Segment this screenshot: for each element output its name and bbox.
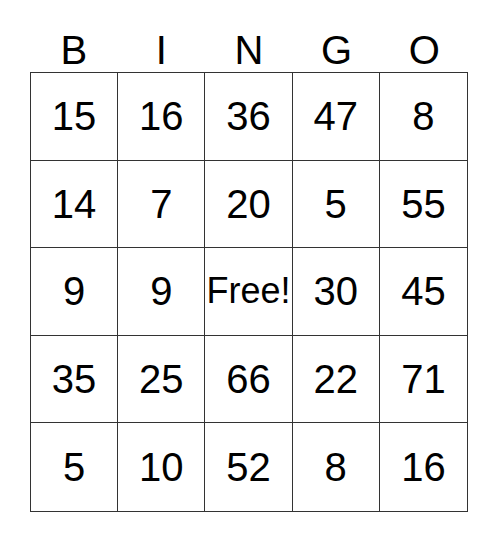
cell-r1-b[interactable]: 15 [31,73,118,161]
cell-r4-o[interactable]: 71 [380,336,467,424]
cell-r5-n[interactable]: 52 [205,423,292,511]
bingo-card: B I N G O 15 16 36 47 8 14 7 20 5 55 9 9… [0,0,500,544]
header-letter-i: I [118,0,206,72]
free-space[interactable]: Free! [205,248,292,336]
cell-r2-n[interactable]: 20 [205,161,292,249]
cell-r3-b[interactable]: 9 [31,248,118,336]
cell-r5-g[interactable]: 8 [293,423,380,511]
cell-r5-o[interactable]: 16 [380,423,467,511]
header-letter-o: O [380,0,468,72]
cell-r2-o[interactable]: 55 [380,161,467,249]
cell-r4-b[interactable]: 35 [31,336,118,424]
cell-r3-i[interactable]: 9 [118,248,205,336]
cell-r1-n[interactable]: 36 [205,73,292,161]
cell-r1-o[interactable]: 8 [380,73,467,161]
cell-r4-i[interactable]: 25 [118,336,205,424]
cell-r2-i[interactable]: 7 [118,161,205,249]
cell-r4-g[interactable]: 22 [293,336,380,424]
header-letter-b: B [30,0,118,72]
header-letter-g: G [293,0,381,72]
bingo-header: B I N G O [30,0,468,72]
cell-r3-g[interactable]: 30 [293,248,380,336]
cell-r5-b[interactable]: 5 [31,423,118,511]
bingo-grid: 15 16 36 47 8 14 7 20 5 55 9 9 Free! 30 … [30,72,468,512]
cell-r3-o[interactable]: 45 [380,248,467,336]
cell-r2-g[interactable]: 5 [293,161,380,249]
cell-r4-n[interactable]: 66 [205,336,292,424]
cell-r5-i[interactable]: 10 [118,423,205,511]
header-letter-n: N [205,0,293,72]
cell-r1-i[interactable]: 16 [118,73,205,161]
cell-r1-g[interactable]: 47 [293,73,380,161]
cell-r2-b[interactable]: 14 [31,161,118,249]
